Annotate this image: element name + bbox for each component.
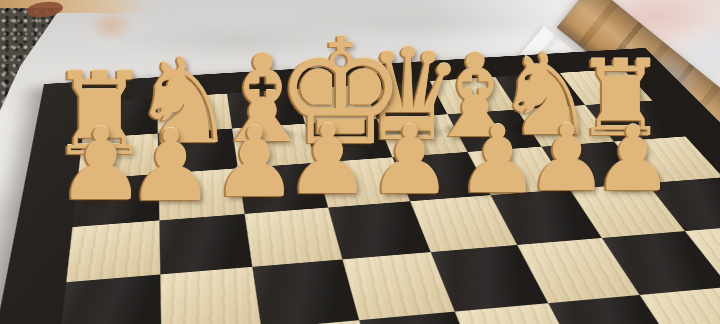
white-pawn[interactable]: ♟ [127, 116, 216, 215]
white-pawn[interactable]: ♟ [212, 114, 299, 211]
photo-scene: ♞♝♜♛♞♝♚♜♟♟♟♟♟♟♟♟ [0, 0, 720, 324]
white-pawn[interactable]: ♟ [456, 114, 539, 207]
white-pawn[interactable]: ♟ [367, 113, 452, 208]
pieces-layer: ♞♝♜♛♞♝♚♜♟♟♟♟♟♟♟♟ [0, 0, 720, 324]
